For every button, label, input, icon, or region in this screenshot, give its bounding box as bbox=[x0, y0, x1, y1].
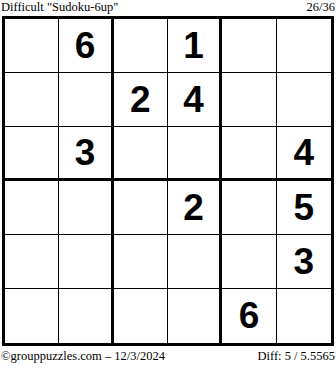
cell-r1c1 bbox=[5, 19, 59, 73]
cell-r5c3 bbox=[114, 235, 168, 289]
cell-r5c6: 3 bbox=[277, 235, 331, 289]
cell-r1c4: 1 bbox=[168, 19, 222, 73]
cell-r4c5 bbox=[222, 181, 276, 235]
cell-r3c4 bbox=[168, 127, 222, 181]
footer: ©grouppuzzles.com – 12/3/2024 Diff: 5 / … bbox=[1, 349, 335, 364]
cell-r5c1 bbox=[5, 235, 59, 289]
cell-r2c5 bbox=[222, 73, 276, 127]
cell-r2c6 bbox=[277, 73, 331, 127]
cell-r6c5: 6 bbox=[222, 289, 276, 343]
cell-r3c2: 3 bbox=[59, 127, 113, 181]
cell-r2c4: 4 bbox=[168, 73, 222, 127]
cell-r6c2 bbox=[59, 289, 113, 343]
cell-r3c1 bbox=[5, 127, 59, 181]
cell-r1c5 bbox=[222, 19, 276, 73]
cell-r6c6 bbox=[277, 289, 331, 343]
cell-r1c6 bbox=[277, 19, 331, 73]
cell-r2c1 bbox=[5, 73, 59, 127]
cell-r5c5 bbox=[222, 235, 276, 289]
cell-r2c3: 2 bbox=[114, 73, 168, 127]
cell-r4c6: 5 bbox=[277, 181, 331, 235]
cell-r4c1 bbox=[5, 181, 59, 235]
cell-r3c5 bbox=[222, 127, 276, 181]
cell-r6c4 bbox=[168, 289, 222, 343]
cell-r6c1 bbox=[5, 289, 59, 343]
cell-r6c3 bbox=[114, 289, 168, 343]
cell-r4c3 bbox=[114, 181, 168, 235]
header: Difficult "Sudoku-6up" 26/36 bbox=[1, 0, 335, 16]
cell-r3c6: 4 bbox=[277, 127, 331, 181]
difficulty-rating: Diff: 5 / 5.5565 bbox=[257, 349, 335, 364]
cell-r4c4: 2 bbox=[168, 181, 222, 235]
puzzle-counter: 26/36 bbox=[307, 0, 335, 14]
copyright-date: ©grouppuzzles.com – 12/3/2024 bbox=[1, 349, 165, 364]
cell-r4c2 bbox=[59, 181, 113, 235]
puzzle-title: Difficult "Sudoku-6up" bbox=[1, 0, 118, 14]
cell-r5c4 bbox=[168, 235, 222, 289]
cell-r1c3 bbox=[114, 19, 168, 73]
cell-r2c2 bbox=[59, 73, 113, 127]
cell-r5c2 bbox=[59, 235, 113, 289]
sudoku-grid: 6124342536 bbox=[2, 16, 334, 346]
cell-r1c2: 6 bbox=[59, 19, 113, 73]
cell-r3c3 bbox=[114, 127, 168, 181]
